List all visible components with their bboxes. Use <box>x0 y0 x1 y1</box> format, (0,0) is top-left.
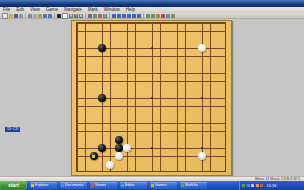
taskbar-button-icon <box>121 184 124 187</box>
white-stone-Q16[interactable] <box>198 44 206 52</box>
branch-up-icon[interactable] <box>146 14 150 18</box>
go-board-grid[interactable] <box>76 22 226 172</box>
toolbar-separator <box>25 13 26 18</box>
taskbar-button-explorer[interactable]: Explorer <box>30 182 57 189</box>
save-icon[interactable] <box>14 14 18 18</box>
white-stone-G4[interactable] <box>123 144 131 152</box>
back-icon[interactable] <box>122 14 126 18</box>
star-point <box>151 97 153 99</box>
toolbar-separator <box>85 13 86 18</box>
letter-b-icon[interactable]: B <box>69 14 73 18</box>
taskbar-button-documents[interactable]: Documents <box>60 182 87 189</box>
taskbar-button-label: Documents <box>65 182 83 189</box>
task-buttons: ExplorerDocumentsViewerEditorGamesMultiG… <box>27 181 239 190</box>
print-icon[interactable] <box>19 14 23 18</box>
taskbar-button-icon <box>61 184 64 187</box>
mark-triangle-icon[interactable] <box>93 14 97 18</box>
taskbar-button-label: Explorer <box>35 182 48 189</box>
taskbar-button-icon <box>91 184 94 187</box>
taskbar-button-icon <box>31 184 34 187</box>
open-folder-icon[interactable] <box>9 14 13 18</box>
back10-icon[interactable] <box>117 14 121 18</box>
options-icon[interactable] <box>171 14 175 18</box>
mark-number-icon[interactable]: 1 <box>103 14 107 18</box>
network-tray-icon[interactable] <box>247 184 250 187</box>
black-stone-D4[interactable] <box>98 144 106 152</box>
taskbar-button-games[interactable]: Games <box>150 182 177 189</box>
toolbar-separator <box>143 13 144 18</box>
taskbar-button-label: MultiGo <box>185 182 197 189</box>
copy-icon[interactable] <box>33 14 37 18</box>
antivirus-tray-icon[interactable] <box>242 184 245 187</box>
pass-icon[interactable] <box>156 14 160 18</box>
volume-tray-icon[interactable] <box>251 184 254 187</box>
taskbar-button-viewer[interactable]: Viewer <box>90 182 117 189</box>
taskbar: start ExplorerDocumentsViewerEditorGames… <box>0 181 304 190</box>
letter-t-icon[interactable]: T <box>74 14 78 18</box>
info-icon[interactable] <box>161 14 165 18</box>
taskbar-button-multigo[interactable]: MultiGo <box>180 182 207 189</box>
new-file-icon[interactable] <box>2 13 8 19</box>
go-board[interactable] <box>71 20 232 176</box>
star-point <box>151 147 153 149</box>
star-point <box>201 147 203 149</box>
black-stone-F4[interactable] <box>115 144 123 152</box>
white-stone-F3[interactable] <box>115 152 123 160</box>
white-stone-Q3[interactable] <box>198 152 206 160</box>
white-stone-E2[interactable] <box>106 161 114 169</box>
taskbar-clock: 10:36 <box>267 183 277 188</box>
undo-icon[interactable] <box>43 14 47 18</box>
forward-icon[interactable] <box>127 14 131 18</box>
update-tray-icon[interactable] <box>256 184 259 187</box>
paste-icon[interactable] <box>38 14 42 18</box>
taskbar-button-icon <box>181 184 184 187</box>
star-point <box>151 47 153 49</box>
last-move-marker <box>92 155 95 158</box>
title-bar <box>0 0 304 7</box>
redo-icon[interactable] <box>48 14 52 18</box>
first-move-icon[interactable] <box>112 14 116 18</box>
branch-down-icon[interactable] <box>151 14 155 18</box>
star-point <box>201 97 203 99</box>
find-icon[interactable] <box>166 14 170 18</box>
start-button[interactable]: start <box>0 181 27 190</box>
white-stone-icon[interactable] <box>62 13 68 19</box>
fwd10-icon[interactable] <box>132 14 136 18</box>
system-tray: 10:36 <box>239 181 304 190</box>
last-move-icon[interactable] <box>137 14 141 18</box>
taskbar-button-label: Editor <box>125 182 134 189</box>
black-stone-F5[interactable] <box>115 136 123 144</box>
letter-a-icon[interactable]: A <box>79 14 83 18</box>
mark-circle-icon[interactable] <box>98 14 102 18</box>
taskbar-button-label: Games <box>155 182 167 189</box>
cut-icon[interactable] <box>28 14 32 18</box>
taskbar-button-icon <box>151 184 154 187</box>
move-tree-selected-node[interactable]: 11: C3 <box>5 127 20 132</box>
black-stone-C3[interactable] <box>90 152 98 160</box>
black-stone-D10[interactable] <box>98 94 106 102</box>
taskbar-button-editor[interactable]: Editor <box>120 182 147 189</box>
mark-square-icon[interactable] <box>88 14 92 18</box>
taskbar-button-label: Viewer <box>95 182 106 189</box>
messenger-tray-icon[interactable] <box>260 184 263 187</box>
black-stone-icon[interactable] <box>57 14 61 18</box>
main-area: 11: C3 <box>0 19 304 176</box>
toolbar-separator <box>54 13 55 18</box>
toolbar-separator <box>109 13 110 18</box>
black-stone-D16[interactable] <box>98 44 106 52</box>
